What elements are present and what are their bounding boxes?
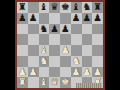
square-g2[interactable]: ♟ <box>82 67 93 78</box>
white-bishop[interactable]: ♝ <box>40 77 49 87</box>
square-e8[interactable]: ♚ <box>60 2 71 13</box>
square-e4[interactable]: ♟ <box>60 45 71 56</box>
square-h6[interactable] <box>92 24 103 35</box>
black-bishop[interactable]: ♝ <box>40 2 49 12</box>
square-e5[interactable] <box>60 34 71 45</box>
black-rook[interactable]: ♜ <box>93 2 102 12</box>
square-f4[interactable] <box>71 45 82 56</box>
black-pawn[interactable]: ♟ <box>93 13 102 23</box>
square-b8[interactable] <box>28 2 39 13</box>
square-d2[interactable] <box>49 67 60 78</box>
square-e2[interactable] <box>60 67 71 78</box>
square-b3[interactable] <box>28 56 39 67</box>
square-e3[interactable] <box>60 56 71 67</box>
square-b6[interactable] <box>28 24 39 35</box>
square-f2[interactable]: ♟ <box>71 67 82 78</box>
black-queen[interactable]: ♛ <box>50 2 59 12</box>
white-king[interactable]: ♚ <box>61 77 70 87</box>
white-pawn[interactable]: ♟ <box>18 67 27 77</box>
square-c2[interactable] <box>39 67 50 78</box>
square-g6[interactable] <box>82 24 93 35</box>
square-a1[interactable]: ♜ <box>17 77 28 88</box>
square-h7[interactable]: ♟ <box>92 13 103 24</box>
black-pawn[interactable]: ♟ <box>72 13 81 23</box>
screenshot-root: ♜♝♛♚♝♞♜♟♟♟♟♟♞♟♟♝♟♞♞♟♟♟♟♟♜♝♛♚♜ <box>0 0 120 90</box>
black-rook[interactable]: ♜ <box>18 2 27 12</box>
square-g8[interactable]: ♞ <box>82 2 93 13</box>
square-d5[interactable] <box>49 34 60 45</box>
square-c3[interactable]: ♞ <box>39 56 50 67</box>
square-b2[interactable]: ♟ <box>28 67 39 78</box>
square-g7[interactable]: ♟ <box>82 13 93 24</box>
black-pawn[interactable]: ♟ <box>83 13 92 23</box>
square-h2[interactable]: ♟ <box>92 67 103 78</box>
square-h3[interactable] <box>92 56 103 67</box>
square-h4[interactable] <box>92 45 103 56</box>
square-f7[interactable]: ♟ <box>71 13 82 24</box>
square-f5[interactable] <box>71 34 82 45</box>
white-pawn[interactable]: ♟ <box>29 67 38 77</box>
square-d4[interactable] <box>49 45 60 56</box>
square-f3[interactable]: ♞ <box>71 56 82 67</box>
square-b1[interactable] <box>28 77 39 88</box>
black-pawn[interactable]: ♟ <box>29 13 38 23</box>
white-queen[interactable]: ♛ <box>50 77 59 87</box>
square-c8[interactable]: ♝ <box>39 2 50 13</box>
square-e6[interactable]: ♟ <box>60 24 71 35</box>
white-pawn[interactable]: ♟ <box>83 67 92 77</box>
square-c1[interactable]: ♝ <box>39 77 50 88</box>
square-e1[interactable]: ♚ <box>60 77 71 88</box>
square-h5[interactable] <box>92 34 103 45</box>
black-pawn[interactable]: ♟ <box>50 24 59 34</box>
square-c6[interactable]: ♞ <box>39 24 50 35</box>
square-g4[interactable] <box>82 45 93 56</box>
board-frame: ♜♝♛♚♝♞♜♟♟♟♟♟♞♟♟♝♟♞♞♟♟♟♟♟♜♝♛♚♜ <box>15 0 105 90</box>
square-f6[interactable] <box>71 24 82 35</box>
square-a7[interactable]: ♟ <box>17 13 28 24</box>
square-b5[interactable] <box>28 34 39 45</box>
black-pawn[interactable]: ♟ <box>61 24 70 34</box>
square-g5[interactable] <box>82 34 93 45</box>
square-a6[interactable] <box>17 24 28 35</box>
square-a2[interactable]: ♟ <box>17 67 28 78</box>
square-a3[interactable] <box>17 56 28 67</box>
watermark <box>76 83 102 88</box>
square-e7[interactable] <box>60 13 71 24</box>
black-king[interactable]: ♚ <box>61 2 70 12</box>
white-knight[interactable]: ♞ <box>72 56 81 66</box>
black-bishop[interactable]: ♝ <box>72 2 81 12</box>
chess-board[interactable]: ♜♝♛♚♝♞♜♟♟♟♟♟♞♟♟♝♟♞♞♟♟♟♟♟♜♝♛♚♜ <box>17 2 103 88</box>
square-d3[interactable] <box>49 56 60 67</box>
square-f8[interactable]: ♝ <box>71 2 82 13</box>
black-pawn[interactable]: ♟ <box>18 13 27 23</box>
black-knight[interactable]: ♞ <box>83 2 92 12</box>
white-pawn[interactable]: ♟ <box>61 45 70 55</box>
square-c5[interactable] <box>39 34 50 45</box>
square-a5[interactable] <box>17 34 28 45</box>
square-h8[interactable]: ♜ <box>92 2 103 13</box>
white-pawn[interactable]: ♟ <box>72 67 81 77</box>
square-d6[interactable]: ♟ <box>49 24 60 35</box>
square-c7[interactable] <box>39 13 50 24</box>
white-bishop[interactable]: ♝ <box>40 45 49 55</box>
square-b4[interactable] <box>28 45 39 56</box>
square-d8[interactable]: ♛ <box>49 2 60 13</box>
square-g3[interactable] <box>82 56 93 67</box>
white-pawn[interactable]: ♟ <box>93 67 102 77</box>
square-d1[interactable]: ♛ <box>49 77 60 88</box>
square-b7[interactable]: ♟ <box>28 13 39 24</box>
white-rook[interactable]: ♜ <box>18 77 27 87</box>
square-a8[interactable]: ♜ <box>17 2 28 13</box>
square-c4[interactable]: ♝ <box>39 45 50 56</box>
square-d7[interactable] <box>49 13 60 24</box>
square-a4[interactable] <box>17 45 28 56</box>
black-knight[interactable]: ♞ <box>40 24 49 34</box>
white-knight[interactable]: ♞ <box>40 56 49 66</box>
